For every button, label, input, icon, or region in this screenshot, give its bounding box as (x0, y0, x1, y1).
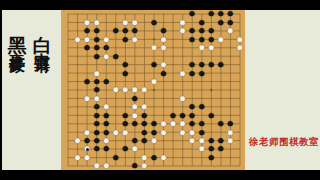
black-stone: ● (120, 145, 130, 153)
white-stone: ● (149, 78, 159, 86)
white-stone: ● (73, 35, 83, 43)
white-stone: ● (178, 128, 188, 136)
right-margin-panel: 徐老师围棋教室 (245, 10, 320, 170)
black-player-name: 辜梓豪 (9, 40, 26, 46)
white-stone: ● (216, 35, 226, 43)
black-stone: ● (82, 44, 92, 52)
black-stone: ● (111, 52, 121, 60)
black-stone: ● (130, 120, 140, 128)
white-stone: ● (130, 35, 140, 43)
white-stone: ● (111, 86, 121, 94)
black-stone: ● (82, 78, 92, 86)
white-stone: ● (149, 137, 159, 145)
black-stone: ● (206, 61, 216, 69)
black-stone: ● (216, 61, 226, 69)
black-stone: ● (187, 10, 197, 18)
black-stone: ● (92, 52, 102, 60)
black-stone: ● (101, 78, 111, 86)
black-stone: ● (197, 103, 207, 111)
white-stone: ● (225, 27, 235, 35)
white-stone: ● (178, 94, 188, 102)
black-stone: ● (130, 162, 140, 170)
black-stone: ● (149, 18, 159, 26)
black-stone: ● (206, 10, 216, 18)
white-stone: ● (178, 27, 188, 35)
white-stone: ● (149, 44, 159, 52)
players-panel: 白 申真谞 黑 辜梓豪 (2, 10, 61, 170)
white-stone: ● (101, 162, 111, 170)
classroom-watermark: 徐老师围棋教室 (249, 136, 319, 149)
black-stone: ● (197, 69, 207, 77)
black-stone: ● (101, 145, 111, 153)
white-player-name: 申真谞 (34, 40, 51, 46)
white-stone: ● (225, 137, 235, 145)
white-stone: ● (159, 44, 169, 52)
white-stone: ● (159, 128, 169, 136)
white-stone: ● (178, 69, 188, 77)
white-stone: ● (82, 94, 92, 102)
white-stone: ● (197, 145, 207, 153)
stones-grid: ●●●●●●●●●●●●●●●●●●●●●●●●●●●●●●●●●●●●●●●●… (63, 10, 244, 170)
white-stone: ● (187, 137, 197, 145)
white-stone: ● (168, 120, 178, 128)
black-stone: ● (149, 61, 159, 69)
black-stone: ● (159, 69, 169, 77)
black-stone: ● (92, 145, 102, 153)
video-frame: 白 申真谞 黑 辜梓豪 ●●●●●●●●●●●●●●●●●●●●●●●●●●●●… (0, 0, 320, 180)
black-stone: ● (206, 111, 216, 119)
black-stone: ● (149, 153, 159, 161)
white-stone: ● (206, 44, 216, 52)
white-stone: ● (101, 52, 111, 60)
white-stone: ● (73, 137, 83, 145)
black-stone: ● (111, 27, 121, 35)
white-stone: ● (140, 86, 150, 94)
black-stone: ● (216, 120, 226, 128)
go-board[interactable]: ●●●●●●●●●●●●●●●●●●●●●●●●●●●●●●●●●●●●●●●●… (61, 10, 245, 170)
black-stone: ● (120, 35, 130, 43)
black-stone: ● (216, 145, 226, 153)
white-stone: ● (120, 128, 130, 136)
white-player-column: 白 申真谞 (33, 21, 52, 46)
white-stone: ● (92, 162, 102, 170)
black-player-column: 黑 辜梓豪 (8, 21, 27, 46)
white-stone: ● (73, 153, 83, 161)
black-stone: ● (216, 18, 226, 26)
white-stone: ● (111, 128, 121, 136)
black-stone: ● (120, 69, 130, 77)
white-stone: ● (235, 44, 245, 52)
white-stone: ● (159, 153, 169, 161)
white-stone: ● (140, 162, 150, 170)
black-stone: ● (140, 137, 150, 145)
white-stone: ● (82, 153, 92, 161)
black-stone: ● (187, 69, 197, 77)
black-stone: ● (111, 153, 121, 161)
white-stone: ● (120, 86, 130, 94)
white-stone: ● (197, 44, 207, 52)
black-stone: ● (187, 35, 197, 43)
white-stone: ● (130, 145, 140, 153)
black-stone: ● (206, 153, 216, 161)
